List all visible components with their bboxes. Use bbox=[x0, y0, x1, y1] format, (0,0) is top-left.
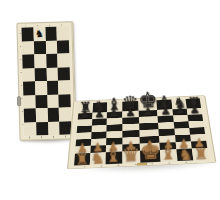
folded-board-square bbox=[36, 108, 48, 122]
folded-board-square bbox=[23, 81, 35, 95]
piece-white-rook[interactable]: ♜ bbox=[74, 150, 89, 166]
square-g1[interactable]: ♞ bbox=[176, 149, 193, 161]
clasp-icon bbox=[137, 163, 147, 166]
hinge-icon bbox=[17, 97, 21, 106]
folded-board-square bbox=[23, 68, 35, 82]
square-b1[interactable]: ♞ bbox=[90, 152, 106, 165]
folded-board-square bbox=[24, 108, 36, 122]
folded-board-square bbox=[46, 54, 58, 68]
piece-black-pawn[interactable]: ♟ bbox=[94, 108, 105, 120]
folded-board-square bbox=[24, 122, 36, 136]
square-e1[interactable]: ♚ bbox=[140, 150, 162, 163]
chess-set-photo: ♞ ♜♞♝♛♚♝♞♜♟♟♟♟♟♟♟♟♟♟♟♟♟♟♟♟♜♞♝♛♚♝♞♜ bbox=[0, 0, 220, 200]
folded-board-square bbox=[57, 53, 69, 67]
folded-board-square bbox=[58, 67, 70, 81]
piece-black-pawn[interactable]: ♟ bbox=[79, 109, 90, 121]
folded-board-grid: ♞ bbox=[22, 26, 72, 135]
square-f7[interactable]: ♟ bbox=[158, 109, 173, 116]
piece-black-pawn[interactable]: ♟ bbox=[143, 106, 154, 118]
square-g7[interactable]: ♟ bbox=[172, 109, 187, 116]
folded-board-square bbox=[48, 121, 60, 135]
knight-logo-icon: ♞ bbox=[35, 29, 44, 39]
folded-board-square bbox=[22, 41, 34, 55]
folded-board-square bbox=[35, 94, 47, 108]
folded-board-square bbox=[58, 80, 70, 94]
piece-black-pawn[interactable]: ♟ bbox=[175, 105, 186, 117]
piece-white-rook[interactable]: ♜ bbox=[193, 145, 208, 161]
folded-board-square bbox=[34, 41, 46, 55]
piece-white-knight[interactable]: ♞ bbox=[178, 146, 193, 162]
square-c1[interactable]: ♝ bbox=[106, 152, 122, 165]
folded-board-square bbox=[57, 40, 69, 54]
folded-board-square bbox=[23, 95, 35, 109]
folded-board-square bbox=[22, 27, 34, 41]
square-h1[interactable]: ♜ bbox=[192, 148, 209, 160]
piece-white-queen[interactable]: ♛ bbox=[121, 144, 140, 165]
folded-board-square bbox=[47, 108, 59, 122]
folded-board-square bbox=[36, 121, 48, 135]
folded-board-square: ♞ bbox=[33, 27, 45, 41]
folded-board-square bbox=[57, 26, 69, 40]
piece-white-bishop[interactable]: ♝ bbox=[105, 147, 122, 166]
folded-board-square bbox=[35, 81, 47, 95]
piece-black-pawn[interactable]: ♟ bbox=[189, 104, 200, 116]
coordinate-ticks-bottom bbox=[29, 135, 68, 138]
piece-black-pawn[interactable]: ♟ bbox=[160, 105, 171, 117]
folded-board-square bbox=[45, 40, 57, 54]
square-d1[interactable]: ♛ bbox=[122, 151, 140, 164]
chess-board-grid: ♜♞♝♛♚♝♞♜♟♟♟♟♟♟♟♟♟♟♟♟♟♟♟♟♜♞♝♛♚♝♞♜ bbox=[74, 98, 209, 165]
board-surface: ♜♞♝♛♚♝♞♜♟♟♟♟♟♟♟♟♟♟♟♟♟♟♟♟♜♞♝♛♚♝♞♜ bbox=[67, 95, 216, 169]
piece-black-pawn[interactable]: ♟ bbox=[109, 107, 120, 119]
piece-white-bishop[interactable]: ♝ bbox=[161, 144, 178, 163]
folded-board-square bbox=[34, 54, 46, 68]
folded-chess-board: ♞ bbox=[16, 21, 76, 141]
folded-board-square bbox=[47, 94, 59, 108]
folded-board-square bbox=[47, 81, 59, 95]
piece-white-king[interactable]: ♚ bbox=[139, 140, 161, 165]
folded-board-square bbox=[22, 54, 34, 68]
square-h7[interactable]: ♟ bbox=[187, 108, 202, 115]
folded-board-square bbox=[46, 67, 58, 81]
folded-board-square bbox=[34, 68, 46, 82]
piece-white-knight[interactable]: ♞ bbox=[90, 150, 105, 166]
folded-board-square bbox=[45, 27, 57, 41]
square-f1[interactable]: ♝ bbox=[160, 149, 177, 162]
piece-black-pawn[interactable]: ♟ bbox=[125, 107, 136, 119]
square-a1[interactable]: ♜ bbox=[74, 153, 90, 166]
open-chess-board: ♜♞♝♛♚♝♞♜♟♟♟♟♟♟♟♟♟♟♟♟♟♟♟♟♜♞♝♛♚♝♞♜ bbox=[68, 95, 220, 181]
